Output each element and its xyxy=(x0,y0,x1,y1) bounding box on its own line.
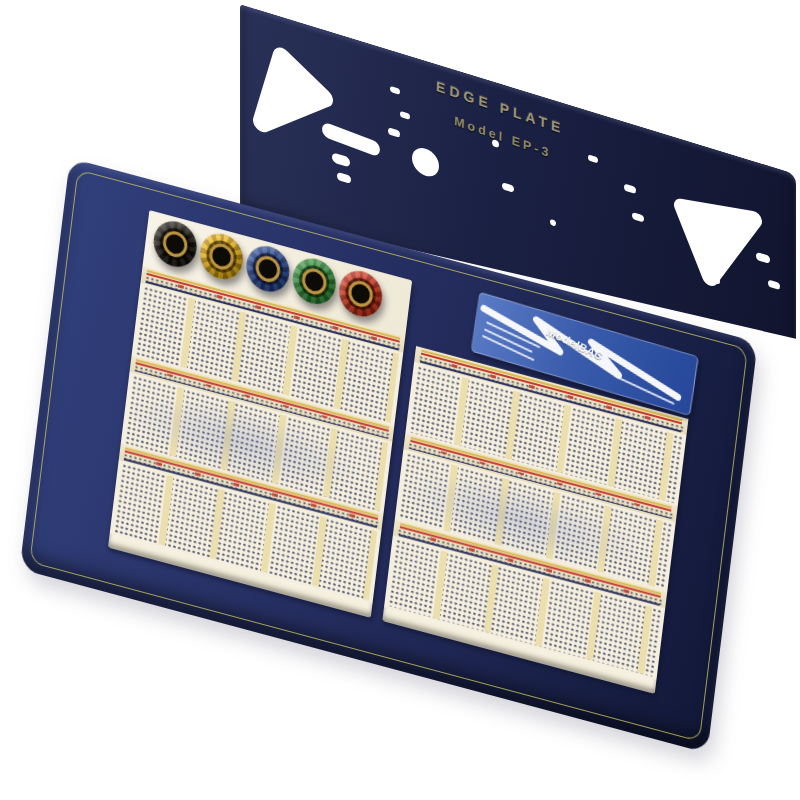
post-hole xyxy=(162,228,189,260)
post-hole xyxy=(208,241,235,273)
plate-oval-hole xyxy=(388,127,400,138)
post-hole xyxy=(254,253,281,285)
triangle-cutout-left xyxy=(250,21,360,167)
binding-post-blue xyxy=(244,241,292,296)
plate-oval-hole xyxy=(337,172,351,184)
plate-oval-hole xyxy=(632,212,644,223)
post-hole xyxy=(347,278,374,310)
post-hole xyxy=(301,266,328,298)
plate-round-hole xyxy=(412,145,439,180)
plate-oval-hole xyxy=(400,111,410,120)
plate-round-hole xyxy=(550,219,556,227)
plate-oval-hole xyxy=(588,154,598,163)
product-photo: EDGE PLATE Model EP-3 xyxy=(0,0,800,800)
triangle-cutout-right xyxy=(668,175,772,311)
binding-post-yellow xyxy=(198,229,246,284)
plate-oval-hole xyxy=(502,182,514,193)
plate-oval-hole xyxy=(624,183,636,194)
binding-post-black xyxy=(151,216,199,271)
binding-post-red xyxy=(337,266,385,321)
breadboard-column-left xyxy=(108,210,412,617)
plate-oval-hole xyxy=(390,86,400,95)
binding-post-green xyxy=(290,254,338,309)
